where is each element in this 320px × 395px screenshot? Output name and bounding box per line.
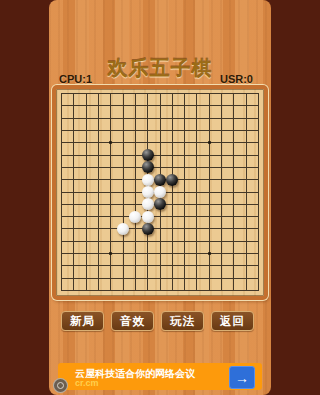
ad-cta-button[interactable]: →: [229, 366, 255, 389]
white-stone: [142, 211, 154, 223]
white-stone: [142, 186, 154, 198]
black-stone: [154, 174, 166, 186]
sound-button[interactable]: 音效: [111, 311, 154, 331]
cpu-score-label: CPU:1: [59, 73, 92, 85]
right-arrow-icon: →: [235, 371, 249, 385]
star-point: [208, 141, 211, 144]
star-point: [109, 252, 112, 255]
black-stone: [142, 223, 154, 235]
toolbar: 新局 音效 玩法 返回: [61, 311, 254, 331]
black-stone: [166, 174, 178, 186]
back-button[interactable]: 返回: [211, 311, 254, 331]
star-point: [208, 252, 211, 255]
board-grid[interactable]: [61, 93, 259, 291]
white-stone: [142, 198, 154, 210]
black-stone: [154, 198, 166, 210]
ad-banner[interactable]: 云屋科技适合你的网络会议 cr.cm →: [58, 363, 262, 390]
usr-score-label: USR:0: [220, 73, 253, 85]
white-stone: [117, 223, 129, 235]
white-stone: [154, 186, 166, 198]
gomoku-app-window: 欢乐五子棋 CPU:1 USR:0 新局 音效 玩法 返回 云屋科技适合你的网络…: [49, 0, 271, 395]
black-stone: [142, 149, 154, 161]
new-game-button[interactable]: 新局: [61, 311, 104, 331]
white-stone: [142, 174, 154, 186]
white-stone: [129, 211, 141, 223]
black-stone: [142, 161, 154, 173]
rules-button[interactable]: 玩法: [161, 311, 204, 331]
star-point: [109, 141, 112, 144]
ad-link[interactable]: cr.cm: [75, 378, 99, 388]
ad-info-icon[interactable]: [53, 378, 68, 393]
gomoku-board[interactable]: [52, 85, 268, 300]
